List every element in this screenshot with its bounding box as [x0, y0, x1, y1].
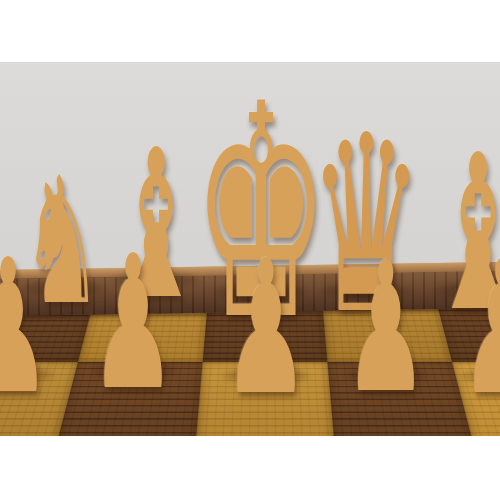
pieces-layer: ♞♝♚♛♝♟♟♟♟♟	[0, 62, 500, 436]
piece-white-pawn-d2: ♟	[344, 238, 428, 418]
piece-white-pawn-c2: ♟	[460, 236, 500, 421]
piece-white-pawn-f2: ♟	[90, 231, 176, 416]
letterbox-top	[0, 0, 500, 62]
screenshot: ♞♝♚♛♝♟♟♟♟♟	[0, 0, 500, 500]
piece-white-pawn-e2: ♟	[223, 236, 309, 421]
letterbox-bottom	[0, 436, 500, 500]
chess-photo: ♞♝♚♛♝♟♟♟♟♟	[0, 62, 500, 436]
piece-white-pawn-g2: ♟	[0, 235, 51, 420]
